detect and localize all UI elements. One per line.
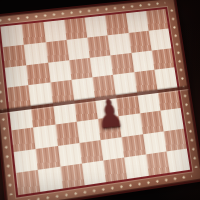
square-e6 xyxy=(90,55,113,78)
square-a8 xyxy=(0,24,24,47)
square-f8 xyxy=(105,13,128,35)
square-d8 xyxy=(64,18,87,40)
square-h8 xyxy=(145,9,168,31)
square-g7 xyxy=(128,31,151,53)
square-c1 xyxy=(60,164,84,189)
square-h5 xyxy=(154,68,177,91)
square-c7 xyxy=(45,40,69,63)
square-h6 xyxy=(151,48,174,70)
square-d7 xyxy=(66,37,89,59)
board-surface: ♟ xyxy=(0,0,200,200)
square-g6 xyxy=(131,50,154,72)
square-b6 xyxy=(26,62,50,85)
square-e8 xyxy=(85,15,108,37)
square-a6 xyxy=(5,65,29,88)
photo-scene: ♟ xyxy=(0,0,200,200)
square-d1 xyxy=(82,161,106,186)
square-b5 xyxy=(29,83,53,106)
square-f1 xyxy=(124,155,148,179)
square-c8 xyxy=(43,20,66,42)
square-b7 xyxy=(24,42,48,65)
square-h3 xyxy=(160,108,184,131)
square-f7 xyxy=(108,33,131,55)
square-d5 xyxy=(71,78,95,101)
square-a7 xyxy=(3,44,27,67)
square-d6 xyxy=(69,57,93,80)
square-g8 xyxy=(125,11,148,33)
square-e7 xyxy=(87,35,110,57)
black-pawn: ♟ xyxy=(94,84,124,142)
square-f6 xyxy=(110,53,133,75)
square-h7 xyxy=(148,28,171,50)
chess-board: ♟ xyxy=(0,0,200,200)
square-e1 xyxy=(103,158,127,182)
square-a5 xyxy=(7,85,31,109)
square-b1 xyxy=(38,167,62,192)
square-g3 xyxy=(140,110,164,133)
square-b8 xyxy=(22,22,46,44)
square-c5 xyxy=(50,80,74,103)
square-g1 xyxy=(145,152,169,176)
square-g5 xyxy=(134,70,157,93)
square-b3 xyxy=(33,124,57,148)
square-a1 xyxy=(16,170,41,195)
square-h1 xyxy=(166,149,190,173)
square-c6 xyxy=(48,60,72,83)
